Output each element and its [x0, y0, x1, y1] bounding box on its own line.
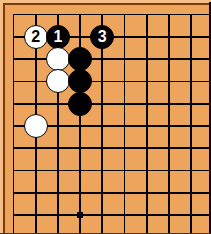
grid-hline — [13, 58, 211, 60]
board-frame-line-left — [3, 3, 5, 234]
stone-black — [68, 92, 92, 116]
go-board-diagram: 213 — [0, 0, 211, 234]
grid-hline — [13, 147, 211, 149]
grid-vline — [190, 14, 192, 234]
crop-edge-bottom — [0, 233, 211, 234]
stone-black-move-3: 3 — [90, 25, 114, 49]
stone-black-move-1: 1 — [46, 25, 70, 49]
stone-label: 3 — [98, 29, 107, 45]
stone-black — [68, 47, 92, 71]
stone-label: 2 — [31, 29, 40, 45]
grid-hline — [13, 103, 211, 105]
crop-edge-right — [209, 2, 211, 234]
grid-vline — [146, 14, 148, 234]
stone-white — [24, 114, 48, 138]
grid-hline — [13, 192, 211, 194]
stone-white — [46, 47, 70, 71]
grid-vline — [124, 14, 126, 234]
stone-label: 1 — [53, 29, 62, 45]
grid-vline — [168, 14, 170, 234]
grid-hline — [13, 214, 211, 216]
grid-hline — [13, 14, 211, 16]
grid-vline — [13, 14, 15, 234]
grid-hline — [13, 81, 211, 83]
stone-black — [68, 69, 92, 93]
stone-white — [46, 69, 70, 93]
board-frame-line-top — [3, 3, 211, 5]
grid-hline — [13, 170, 211, 172]
stone-white-move-2: 2 — [24, 25, 48, 49]
star-point — [77, 212, 83, 218]
